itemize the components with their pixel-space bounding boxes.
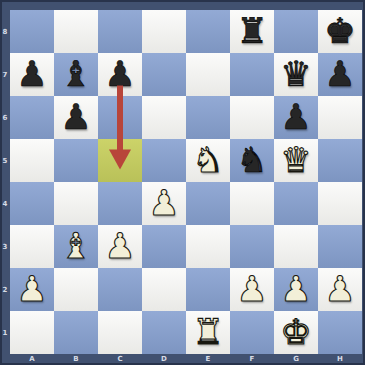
- square-g6[interactable]: ♟: [274, 96, 318, 139]
- square-d4[interactable]: ♟: [142, 182, 186, 225]
- rank-label-4: 4: [0, 182, 10, 225]
- square-b3[interactable]: ♝: [54, 225, 98, 268]
- square-a1[interactable]: [10, 311, 54, 354]
- square-h3[interactable]: [318, 225, 362, 268]
- piece-black-rook[interactable]: ♜: [230, 10, 274, 53]
- square-e1[interactable]: ♜: [186, 311, 230, 354]
- square-c2[interactable]: [98, 268, 142, 311]
- rank-label-7: 7: [0, 53, 10, 96]
- piece-black-pawn[interactable]: ♟: [318, 53, 362, 96]
- square-c4[interactable]: [98, 182, 142, 225]
- square-a2[interactable]: ♟: [10, 268, 54, 311]
- square-f5[interactable]: ♞: [230, 139, 274, 182]
- square-d7[interactable]: [142, 53, 186, 96]
- square-b8[interactable]: [54, 10, 98, 53]
- square-b2[interactable]: [54, 268, 98, 311]
- square-f4[interactable]: [230, 182, 274, 225]
- square-a8[interactable]: [10, 10, 54, 53]
- rank-label-1: 1: [0, 311, 10, 354]
- rank-label-3: 3: [0, 225, 10, 268]
- square-h4[interactable]: [318, 182, 362, 225]
- square-h1[interactable]: [318, 311, 362, 354]
- piece-white-pawn[interactable]: ♟: [10, 268, 54, 311]
- square-b7[interactable]: ♝: [54, 53, 98, 96]
- square-a4[interactable]: [10, 182, 54, 225]
- square-h8[interactable]: ♚: [318, 10, 362, 53]
- rank-label-6: 6: [0, 96, 10, 139]
- square-b5[interactable]: [54, 139, 98, 182]
- square-g8[interactable]: [274, 10, 318, 53]
- piece-black-pawn[interactable]: ♟: [98, 53, 142, 96]
- piece-white-pawn[interactable]: ♟: [318, 268, 362, 311]
- piece-black-knight[interactable]: ♞: [230, 139, 274, 182]
- square-b6[interactable]: ♟: [54, 96, 98, 139]
- square-g4[interactable]: [274, 182, 318, 225]
- piece-white-pawn[interactable]: ♟: [230, 268, 274, 311]
- chessboard-frame: ♜♚♟♝♟♛♟♟♟♞♞♛♟♝♟♟♟♟♟♜♚ 87654321 ABCDEFGH: [0, 0, 365, 365]
- piece-white-pawn[interactable]: ♟: [98, 225, 142, 268]
- piece-black-queen[interactable]: ♛: [274, 53, 318, 96]
- square-h5[interactable]: [318, 139, 362, 182]
- square-c5[interactable]: [98, 139, 142, 182]
- file-label-e: E: [186, 353, 230, 365]
- square-d1[interactable]: [142, 311, 186, 354]
- square-f3[interactable]: [230, 225, 274, 268]
- square-d3[interactable]: [142, 225, 186, 268]
- square-c1[interactable]: [98, 311, 142, 354]
- square-g2[interactable]: ♟: [274, 268, 318, 311]
- square-d6[interactable]: [142, 96, 186, 139]
- square-f6[interactable]: [230, 96, 274, 139]
- square-e3[interactable]: [186, 225, 230, 268]
- square-a5[interactable]: [10, 139, 54, 182]
- piece-black-bishop[interactable]: ♝: [54, 53, 98, 96]
- rank-label-8: 8: [0, 10, 10, 53]
- piece-black-pawn[interactable]: ♟: [54, 96, 98, 139]
- piece-black-pawn[interactable]: ♟: [10, 53, 54, 96]
- piece-white-pawn[interactable]: ♟: [142, 182, 186, 225]
- square-d8[interactable]: [142, 10, 186, 53]
- square-e5[interactable]: ♞: [186, 139, 230, 182]
- square-h2[interactable]: ♟: [318, 268, 362, 311]
- square-c3[interactable]: ♟: [98, 225, 142, 268]
- file-label-d: D: [142, 353, 186, 365]
- piece-white-rook[interactable]: ♜: [186, 311, 230, 354]
- square-e4[interactable]: [186, 182, 230, 225]
- square-e8[interactable]: [186, 10, 230, 53]
- square-f7[interactable]: [230, 53, 274, 96]
- square-g3[interactable]: [274, 225, 318, 268]
- square-b4[interactable]: [54, 182, 98, 225]
- square-g5[interactable]: ♛: [274, 139, 318, 182]
- square-g1[interactable]: ♚: [274, 311, 318, 354]
- file-label-c: C: [98, 353, 142, 365]
- rank-label-5: 5: [0, 139, 10, 182]
- file-label-g: G: [274, 353, 318, 365]
- piece-white-knight[interactable]: ♞: [186, 139, 230, 182]
- chessboard: ♜♚♟♝♟♛♟♟♟♞♞♛♟♝♟♟♟♟♟♜♚: [10, 10, 362, 354]
- square-e7[interactable]: [186, 53, 230, 96]
- file-label-b: B: [54, 353, 98, 365]
- square-g7[interactable]: ♛: [274, 53, 318, 96]
- piece-white-pawn[interactable]: ♟: [274, 268, 318, 311]
- square-c8[interactable]: [98, 10, 142, 53]
- square-f1[interactable]: [230, 311, 274, 354]
- square-h7[interactable]: ♟: [318, 53, 362, 96]
- square-a6[interactable]: [10, 96, 54, 139]
- piece-white-king[interactable]: ♚: [274, 311, 318, 354]
- piece-white-queen[interactable]: ♛: [274, 139, 318, 182]
- square-d2[interactable]: [142, 268, 186, 311]
- piece-black-pawn[interactable]: ♟: [274, 96, 318, 139]
- file-label-f: F: [230, 353, 274, 365]
- square-a3[interactable]: [10, 225, 54, 268]
- square-c6[interactable]: [98, 96, 142, 139]
- square-a7[interactable]: ♟: [10, 53, 54, 96]
- square-e6[interactable]: [186, 96, 230, 139]
- square-f8[interactable]: ♜: [230, 10, 274, 53]
- square-d5[interactable]: [142, 139, 186, 182]
- square-h6[interactable]: [318, 96, 362, 139]
- file-label-h: H: [318, 353, 362, 365]
- file-label-a: A: [10, 353, 54, 365]
- square-e2[interactable]: [186, 268, 230, 311]
- rank-label-2: 2: [0, 268, 10, 311]
- piece-white-bishop[interactable]: ♝: [54, 225, 98, 268]
- square-f2[interactable]: ♟: [230, 268, 274, 311]
- piece-black-king[interactable]: ♚: [318, 10, 362, 53]
- square-c7[interactable]: ♟: [98, 53, 142, 96]
- square-b1[interactable]: [54, 311, 98, 354]
